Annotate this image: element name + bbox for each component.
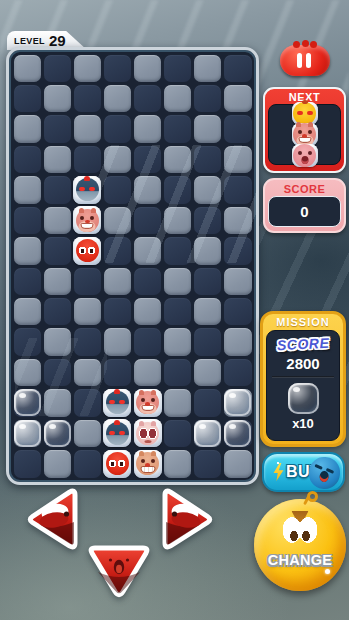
board-cell bbox=[74, 85, 101, 112]
board-cell bbox=[164, 328, 191, 355]
board-cell bbox=[224, 85, 251, 112]
board-cell bbox=[44, 146, 71, 173]
board-cell bbox=[74, 389, 101, 416]
board-cell bbox=[104, 328, 131, 355]
board-cell bbox=[14, 176, 41, 203]
board-cell bbox=[134, 176, 161, 203]
board-cell bbox=[44, 115, 71, 142]
board-cell bbox=[194, 55, 221, 82]
board-cell bbox=[224, 389, 251, 416]
board-cell bbox=[14, 146, 41, 173]
board-cell bbox=[74, 450, 101, 477]
board-cell bbox=[164, 115, 191, 142]
piece-pinkSmile bbox=[292, 123, 318, 146]
board-cell bbox=[74, 359, 101, 386]
board-cell bbox=[14, 389, 41, 416]
mission-score-badge: SCORE bbox=[276, 335, 329, 354]
board-cell bbox=[164, 207, 191, 234]
board-cell bbox=[74, 146, 101, 173]
board-cell bbox=[14, 328, 41, 355]
board-cell bbox=[194, 176, 221, 203]
board-cell bbox=[194, 328, 221, 355]
board-cell bbox=[104, 176, 131, 203]
drop-down-button[interactable] bbox=[86, 542, 152, 600]
board-cell bbox=[74, 207, 101, 234]
board-cell bbox=[44, 450, 71, 477]
board-cell bbox=[104, 389, 131, 416]
board-cell bbox=[104, 450, 131, 477]
board-cell bbox=[134, 207, 161, 234]
board-cell bbox=[164, 85, 191, 112]
board-cell bbox=[194, 420, 221, 447]
antenna-icon bbox=[307, 491, 318, 502]
next-queue bbox=[268, 104, 341, 165]
bubble-icon bbox=[288, 383, 319, 414]
board-cell bbox=[164, 450, 191, 477]
board-cell bbox=[224, 146, 251, 173]
board-cell bbox=[74, 268, 101, 295]
board-cell bbox=[164, 389, 191, 416]
move-right-button[interactable] bbox=[159, 486, 215, 552]
next-panel: NEXT bbox=[263, 87, 346, 173]
board-cell bbox=[134, 237, 161, 264]
board-cell bbox=[134, 146, 161, 173]
score-value: 0 bbox=[268, 196, 341, 227]
board-cell bbox=[74, 328, 101, 355]
board-cell bbox=[74, 55, 101, 82]
level-value: 29 bbox=[49, 32, 66, 49]
score-panel: SCORE 0 bbox=[263, 178, 346, 233]
game-board bbox=[6, 47, 259, 485]
board-cell bbox=[14, 115, 41, 142]
board-cell bbox=[134, 420, 161, 447]
board-cell bbox=[14, 85, 41, 112]
board-cell bbox=[224, 450, 251, 477]
board-cell bbox=[194, 237, 221, 264]
board-cell bbox=[14, 237, 41, 264]
board-cell bbox=[104, 55, 131, 82]
board-cell bbox=[164, 268, 191, 295]
board-cell bbox=[104, 85, 131, 112]
eyes-icon bbox=[278, 516, 322, 544]
board-cell bbox=[134, 298, 161, 325]
board-cell bbox=[194, 207, 221, 234]
board-cell bbox=[74, 420, 101, 447]
board-cell bbox=[14, 420, 41, 447]
board-cell bbox=[164, 176, 191, 203]
board-cell bbox=[74, 237, 101, 264]
mission-score-target: 2800 bbox=[286, 355, 319, 372]
board-cell bbox=[14, 268, 41, 295]
piece-pinkOpen bbox=[292, 144, 318, 167]
buy-button[interactable]: BUY bbox=[262, 452, 345, 492]
board-cell bbox=[44, 420, 71, 447]
board-cell bbox=[164, 359, 191, 386]
board-cell bbox=[104, 207, 131, 234]
board-cell bbox=[194, 389, 221, 416]
board-cell bbox=[74, 115, 101, 142]
buy-monster-icon bbox=[307, 455, 341, 490]
board-cell bbox=[164, 420, 191, 447]
board-cell bbox=[14, 207, 41, 234]
board-cell bbox=[44, 176, 71, 203]
board-cell bbox=[14, 450, 41, 477]
mission-divider bbox=[272, 376, 334, 378]
board-cell bbox=[224, 207, 251, 234]
board-cell bbox=[14, 298, 41, 325]
board-cell bbox=[224, 298, 251, 325]
board-cell bbox=[224, 268, 251, 295]
board-cell bbox=[194, 359, 221, 386]
board-cell bbox=[134, 268, 161, 295]
board-cell bbox=[194, 146, 221, 173]
board-cell bbox=[194, 298, 221, 325]
board-cell bbox=[104, 115, 131, 142]
board-cell bbox=[224, 359, 251, 386]
board-cell bbox=[44, 237, 71, 264]
board-cell bbox=[224, 115, 251, 142]
board-cell bbox=[134, 389, 161, 416]
board-cell bbox=[194, 268, 221, 295]
pause-icon bbox=[297, 53, 302, 68]
sparkle-icon bbox=[325, 569, 330, 574]
change-button[interactable]: CHANGE bbox=[254, 499, 346, 591]
board-cell bbox=[134, 359, 161, 386]
board-cell bbox=[224, 328, 251, 355]
board-cell bbox=[14, 359, 41, 386]
board-cell bbox=[44, 207, 71, 234]
board-cell bbox=[194, 85, 221, 112]
board-cell bbox=[164, 146, 191, 173]
board-cell bbox=[44, 328, 71, 355]
board-cell bbox=[194, 115, 221, 142]
level-label: LEVEL bbox=[14, 36, 45, 46]
mission-body: SCORE 2800 x10 bbox=[266, 330, 340, 441]
board-cell bbox=[134, 115, 161, 142]
board-cell bbox=[164, 298, 191, 325]
board-cell bbox=[134, 55, 161, 82]
board-cell bbox=[104, 146, 131, 173]
score-title: SCORE bbox=[268, 181, 341, 196]
board-cell bbox=[44, 268, 71, 295]
mission-panel: MISSION SCORE 2800 x10 bbox=[260, 311, 346, 447]
pause-button[interactable] bbox=[280, 45, 330, 76]
board-cell bbox=[134, 85, 161, 112]
game-screen: LEVEL 29 NEXT SCORE 0 MISSION SCORE 2800… bbox=[0, 0, 349, 620]
mission-bubble-count: x10 bbox=[292, 416, 314, 431]
board-cell bbox=[104, 268, 131, 295]
board-cell bbox=[224, 176, 251, 203]
board-cell bbox=[44, 85, 71, 112]
board-cell bbox=[224, 237, 251, 264]
board-cell bbox=[134, 328, 161, 355]
board-cell bbox=[194, 450, 221, 477]
board-cell bbox=[44, 55, 71, 82]
board-cell bbox=[44, 359, 71, 386]
board-cell bbox=[44, 389, 71, 416]
board-cell bbox=[104, 298, 131, 325]
change-label: CHANGE bbox=[254, 552, 346, 568]
piece-yellow bbox=[292, 102, 318, 125]
board-cell bbox=[104, 237, 131, 264]
lightning-icon bbox=[272, 463, 285, 481]
board-cell bbox=[104, 359, 131, 386]
board-cell bbox=[14, 55, 41, 82]
board-cell bbox=[224, 420, 251, 447]
move-left-button[interactable] bbox=[25, 486, 81, 552]
board-cell bbox=[74, 298, 101, 325]
board-cell bbox=[44, 298, 71, 325]
board-cell bbox=[224, 55, 251, 82]
board-cell bbox=[74, 176, 101, 203]
board-cell bbox=[164, 237, 191, 264]
board-cell bbox=[104, 420, 131, 447]
board-grid bbox=[12, 53, 253, 479]
board-cell bbox=[164, 55, 191, 82]
mission-title: MISSION bbox=[266, 314, 340, 330]
board-cell bbox=[134, 450, 161, 477]
